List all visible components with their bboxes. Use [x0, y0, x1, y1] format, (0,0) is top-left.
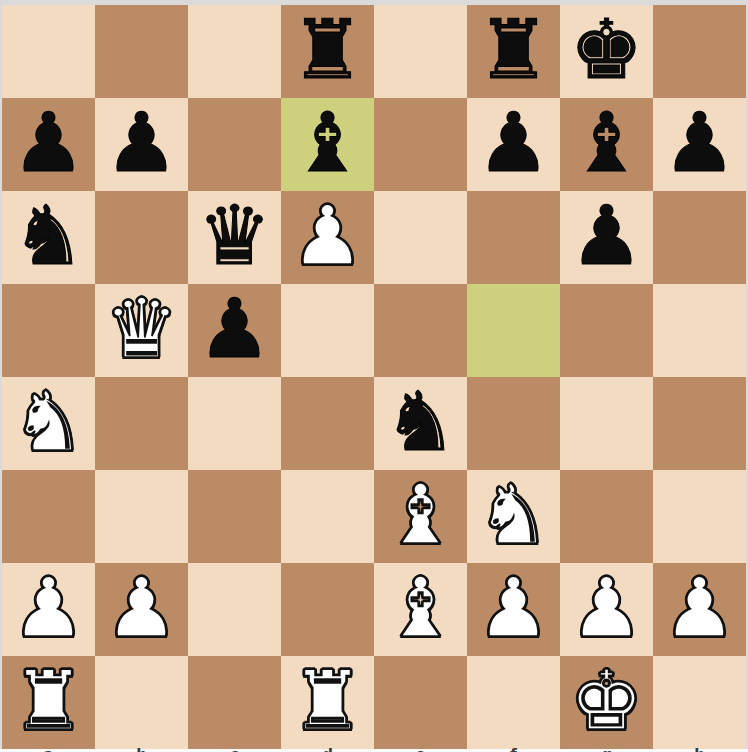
square-c1[interactable]	[188, 656, 281, 749]
square-c3[interactable]	[188, 470, 281, 563]
square-h1[interactable]	[653, 656, 746, 749]
square-h5[interactable]	[653, 284, 746, 377]
white-pawn[interactable]: ♟	[105, 561, 179, 654]
black-rook[interactable]: ♜	[477, 3, 551, 96]
square-b3[interactable]	[95, 470, 188, 563]
square-b4[interactable]	[95, 377, 188, 470]
square-h8[interactable]	[653, 5, 746, 98]
square-e8[interactable]	[374, 5, 467, 98]
black-pawn[interactable]: ♟	[663, 96, 737, 189]
black-pawn[interactable]: ♟	[477, 96, 551, 189]
white-king[interactable]: ♚	[570, 654, 644, 747]
square-a2[interactable]: ♟	[2, 563, 95, 656]
square-b6[interactable]	[95, 191, 188, 284]
black-bishop[interactable]: ♝	[570, 96, 644, 189]
white-pawn[interactable]: ♟	[570, 561, 644, 654]
square-g7[interactable]: ♝	[560, 98, 653, 191]
white-knight[interactable]: ♞	[12, 375, 86, 468]
square-f4[interactable]	[467, 377, 560, 470]
square-f6[interactable]	[467, 191, 560, 284]
square-h7[interactable]: ♟	[653, 98, 746, 191]
square-d8[interactable]: ♜	[281, 5, 374, 98]
square-f1[interactable]	[467, 656, 560, 749]
file-label-d: d	[281, 746, 374, 752]
square-d3[interactable]	[281, 470, 374, 563]
square-b1[interactable]	[95, 656, 188, 749]
square-c6[interactable]: ♛	[188, 191, 281, 284]
square-c5[interactable]: ♟	[188, 284, 281, 377]
black-rook[interactable]: ♜	[291, 3, 365, 96]
black-bishop[interactable]: ♝	[291, 96, 365, 189]
white-rook[interactable]: ♜	[12, 654, 86, 747]
square-g2[interactable]: ♟	[560, 563, 653, 656]
black-queen[interactable]: ♛	[198, 189, 272, 282]
file-label-f: f	[467, 746, 560, 752]
square-d5[interactable]	[281, 284, 374, 377]
square-f8[interactable]: ♜	[467, 5, 560, 98]
square-g1[interactable]: ♚	[560, 656, 653, 749]
square-h6[interactable]	[653, 191, 746, 284]
square-f3[interactable]: ♞	[467, 470, 560, 563]
square-f7[interactable]: ♟	[467, 98, 560, 191]
white-queen[interactable]: ♛	[105, 282, 179, 375]
square-d4[interactable]	[281, 377, 374, 470]
white-rook[interactable]: ♜	[291, 654, 365, 747]
square-g8[interactable]: ♚	[560, 5, 653, 98]
file-label-a: a	[2, 746, 95, 752]
square-a6[interactable]: ♞	[2, 191, 95, 284]
square-h4[interactable]	[653, 377, 746, 470]
black-knight[interactable]: ♞	[384, 375, 458, 468]
square-d7[interactable]: ♝	[281, 98, 374, 191]
square-e7[interactable]	[374, 98, 467, 191]
square-h3[interactable]	[653, 470, 746, 563]
file-label-c: c	[188, 746, 281, 752]
square-f5[interactable]	[467, 284, 560, 377]
square-d6[interactable]: ♟	[281, 191, 374, 284]
square-a3[interactable]	[2, 470, 95, 563]
white-pawn[interactable]: ♟	[12, 561, 86, 654]
square-e1[interactable]	[374, 656, 467, 749]
square-e2[interactable]: ♝	[374, 563, 467, 656]
square-f2[interactable]: ♟	[467, 563, 560, 656]
white-pawn[interactable]: ♟	[663, 561, 737, 654]
white-pawn[interactable]: ♟	[291, 189, 365, 282]
square-e3[interactable]: ♝	[374, 470, 467, 563]
square-a8[interactable]	[2, 5, 95, 98]
square-g6[interactable]: ♟	[560, 191, 653, 284]
black-knight[interactable]: ♞	[12, 189, 86, 282]
square-d2[interactable]	[281, 563, 374, 656]
white-knight[interactable]: ♞	[477, 468, 551, 561]
square-e5[interactable]	[374, 284, 467, 377]
square-a1[interactable]: ♜	[2, 656, 95, 749]
square-b7[interactable]: ♟	[95, 98, 188, 191]
square-b2[interactable]: ♟	[95, 563, 188, 656]
black-pawn[interactable]: ♟	[570, 189, 644, 282]
square-a7[interactable]: ♟	[2, 98, 95, 191]
square-c8[interactable]	[188, 5, 281, 98]
square-g5[interactable]	[560, 284, 653, 377]
file-label-h: h	[653, 746, 746, 752]
black-king[interactable]: ♚	[570, 3, 644, 96]
square-h2[interactable]: ♟	[653, 563, 746, 656]
file-label-e: e	[374, 746, 467, 752]
chess-app-window: ♜♜♚♟♟♝♟♝♟♞♛♟♟♛♟♞♞♝♞♟♟♝♟♟♟♜♜♚ abcdefgh	[0, 0, 748, 752]
square-e6[interactable]	[374, 191, 467, 284]
square-b8[interactable]	[95, 5, 188, 98]
square-b5[interactable]: ♛	[95, 284, 188, 377]
square-a4[interactable]: ♞	[2, 377, 95, 470]
square-g3[interactable]	[560, 470, 653, 563]
square-g4[interactable]	[560, 377, 653, 470]
black-pawn[interactable]: ♟	[198, 282, 272, 375]
chess-board[interactable]: ♜♜♚♟♟♝♟♝♟♞♛♟♟♛♟♞♞♝♞♟♟♝♟♟♟♜♜♚	[2, 5, 746, 749]
square-e4[interactable]: ♞	[374, 377, 467, 470]
square-c2[interactable]	[188, 563, 281, 656]
square-c4[interactable]	[188, 377, 281, 470]
square-d1[interactable]: ♜	[281, 656, 374, 749]
square-a5[interactable]	[2, 284, 95, 377]
white-bishop[interactable]: ♝	[384, 561, 458, 654]
square-c7[interactable]	[188, 98, 281, 191]
black-pawn[interactable]: ♟	[12, 96, 86, 189]
file-label-b: b	[95, 746, 188, 752]
black-pawn[interactable]: ♟	[105, 96, 179, 189]
white-bishop[interactable]: ♝	[384, 468, 458, 561]
white-pawn[interactable]: ♟	[477, 561, 551, 654]
file-label-g: g	[560, 746, 653, 752]
